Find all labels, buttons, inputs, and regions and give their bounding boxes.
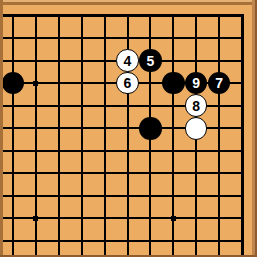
star-point xyxy=(171,216,176,221)
grid-line-vertical xyxy=(104,14,106,257)
star-point xyxy=(33,216,38,221)
grid-line-vertical xyxy=(58,14,60,257)
wood-frame-top xyxy=(0,2,257,5)
stone-black xyxy=(2,72,25,95)
go-board-diagram: 456978 xyxy=(0,0,257,257)
wood-frame-left xyxy=(0,0,3,257)
stone-white-move-6: 6 xyxy=(116,72,139,95)
stone-black xyxy=(162,72,185,95)
grid-line-vertical xyxy=(81,14,83,257)
move-number-label: 9 xyxy=(192,76,200,90)
stone-black-move-5: 5 xyxy=(139,49,162,72)
move-number-label: 8 xyxy=(192,99,200,113)
move-number-label: 4 xyxy=(124,54,132,68)
move-number-label: 7 xyxy=(215,76,223,90)
stone-white-move-8: 8 xyxy=(185,94,208,117)
stone-black-move-7: 7 xyxy=(208,72,231,95)
move-number-label: 5 xyxy=(146,54,154,68)
grid-line-vertical xyxy=(12,14,14,257)
stone-white xyxy=(185,117,208,140)
grid-line-vertical xyxy=(218,14,220,257)
stone-white-move-4: 4 xyxy=(116,49,139,72)
stone-black xyxy=(139,117,162,140)
wood-frame-right-outer xyxy=(255,0,258,257)
stone-black-move-9: 9 xyxy=(185,72,208,95)
grid-line-vertical xyxy=(241,14,244,257)
star-point xyxy=(33,81,38,86)
move-number-label: 6 xyxy=(124,76,132,90)
